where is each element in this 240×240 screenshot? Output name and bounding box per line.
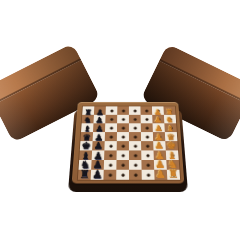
board-square[interactable] bbox=[104, 160, 117, 170]
board-square[interactable]: ♜ bbox=[167, 170, 180, 180]
peg-hole bbox=[133, 109, 136, 111]
chess-piece-N[interactable]: ♞ bbox=[166, 116, 174, 124]
board-square[interactable] bbox=[117, 150, 129, 160]
board-square[interactable] bbox=[129, 170, 142, 180]
peg-hole bbox=[121, 173, 124, 176]
peg-hole bbox=[134, 135, 137, 137]
peg-hole bbox=[121, 163, 124, 166]
board-square[interactable] bbox=[117, 115, 129, 124]
board-square[interactable] bbox=[141, 123, 153, 132]
board-square[interactable] bbox=[141, 150, 154, 160]
peg-hole bbox=[109, 154, 112, 157]
board-square[interactable]: ♟ bbox=[153, 123, 165, 132]
board-square[interactable] bbox=[104, 141, 116, 150]
board-square[interactable]: ♟ bbox=[93, 123, 105, 132]
chess-piece-P[interactable]: ♟ bbox=[154, 108, 162, 115]
peg-hole bbox=[122, 127, 125, 129]
peg-hole bbox=[110, 109, 113, 111]
peg-hole bbox=[109, 135, 112, 137]
board-square[interactable] bbox=[116, 170, 129, 180]
board-square[interactable] bbox=[141, 160, 154, 170]
board-square[interactable] bbox=[141, 132, 153, 141]
peg-hole bbox=[134, 145, 137, 148]
chess-piece-R[interactable]: ♜ bbox=[166, 108, 174, 115]
chess-board: ♜♟♟♜♞♟♟♞♝♟♟♝♛♟♟♛♚♟♟♚♝♟♟♝♞♟♟♞♜♟♟♜ bbox=[71, 102, 185, 192]
peg-hole bbox=[134, 173, 137, 176]
peg-hole bbox=[121, 145, 124, 148]
peg-hole bbox=[145, 127, 148, 129]
peg-hole bbox=[133, 127, 136, 129]
chess-piece-R[interactable]: ♜ bbox=[168, 170, 179, 181]
board-square[interactable] bbox=[129, 150, 141, 160]
board-frame: ♜♟♟♜♞♟♟♞♝♟♟♝♛♟♟♛♚♟♟♚♝♟♟♝♞♟♟♞♜♟♟♜ bbox=[72, 102, 185, 184]
board-square[interactable]: ♝ bbox=[81, 123, 93, 132]
board-square[interactable] bbox=[105, 132, 117, 141]
peg-hole bbox=[122, 118, 125, 120]
peg-hole bbox=[109, 163, 112, 166]
peg-hole bbox=[145, 118, 148, 120]
peg-hole bbox=[146, 145, 149, 148]
board-square[interactable]: ♝ bbox=[164, 123, 176, 132]
board-square[interactable] bbox=[105, 123, 117, 132]
peg-hole bbox=[134, 163, 137, 166]
board-square[interactable] bbox=[129, 132, 141, 141]
board-square[interactable] bbox=[129, 106, 141, 114]
board-square[interactable]: ♟ bbox=[94, 106, 106, 114]
peg-hole bbox=[121, 154, 124, 157]
chess-piece-r[interactable]: ♜ bbox=[79, 170, 90, 181]
board-square[interactable]: ♜ bbox=[78, 170, 91, 180]
board-square[interactable] bbox=[117, 141, 129, 150]
board-square[interactable]: ♟ bbox=[92, 141, 105, 150]
peg-hole bbox=[110, 127, 113, 129]
peg-hole bbox=[110, 118, 113, 120]
peg-hole bbox=[146, 154, 149, 157]
board-square[interactable] bbox=[117, 123, 129, 132]
board-square[interactable] bbox=[141, 141, 153, 150]
chess-piece-p[interactable]: ♟ bbox=[95, 116, 103, 124]
peg-hole bbox=[108, 173, 111, 176]
board-square[interactable] bbox=[103, 170, 116, 180]
board-square[interactable]: ♟ bbox=[91, 170, 104, 180]
board-square[interactable] bbox=[117, 132, 129, 141]
peg-hole bbox=[122, 135, 125, 137]
board-square[interactable]: ♜ bbox=[82, 106, 94, 114]
board-square[interactable]: ♚ bbox=[165, 141, 178, 150]
board-square[interactable]: ♟ bbox=[93, 115, 105, 124]
board-square[interactable] bbox=[105, 115, 117, 124]
board-square[interactable]: ♞ bbox=[164, 115, 176, 124]
peg-hole bbox=[147, 173, 150, 176]
board-square[interactable]: ♜ bbox=[163, 106, 175, 114]
board-square[interactable] bbox=[104, 150, 117, 160]
board-square[interactable]: ♟ bbox=[153, 141, 166, 150]
board-square[interactable]: ♟ bbox=[152, 106, 164, 114]
board-square[interactable] bbox=[106, 106, 118, 114]
peg-hole bbox=[134, 154, 137, 157]
board-square[interactable] bbox=[141, 115, 153, 124]
board-grid: ♜♟♟♜♞♟♟♞♝♟♟♝♛♟♟♛♚♟♟♚♝♟♟♝♞♟♟♞♜♟♟♜ bbox=[77, 106, 181, 181]
board-square[interactable] bbox=[129, 141, 141, 150]
peg-hole bbox=[122, 109, 125, 111]
chess-piece-r[interactable]: ♜ bbox=[84, 108, 92, 115]
chess-piece-p[interactable]: ♟ bbox=[96, 108, 104, 115]
board-square[interactable] bbox=[129, 123, 141, 132]
board-square[interactable]: ♚ bbox=[80, 141, 93, 150]
board-square[interactable] bbox=[140, 106, 152, 114]
chess-piece-p[interactable]: ♟ bbox=[92, 170, 103, 181]
peg-hole bbox=[133, 118, 136, 120]
board-square[interactable]: ♟ bbox=[152, 115, 164, 124]
board-square[interactable]: ♟ bbox=[154, 170, 167, 180]
chess-piece-P[interactable]: ♟ bbox=[155, 170, 166, 181]
photo-background: ♜♟♟♜♞♟♟♞♝♟♟♝♛♟♟♛♚♟♟♚♝♟♟♝♞♟♟♞♜♟♟♜ bbox=[0, 0, 240, 240]
board-square[interactable] bbox=[117, 106, 129, 114]
peg-hole bbox=[109, 145, 112, 148]
peg-hole bbox=[146, 163, 149, 166]
chess-piece-P[interactable]: ♟ bbox=[154, 116, 162, 124]
board-square[interactable]: ♞ bbox=[82, 115, 94, 124]
board-square[interactable] bbox=[116, 160, 129, 170]
board-square[interactable] bbox=[129, 115, 141, 124]
chess-piece-n[interactable]: ♞ bbox=[83, 116, 91, 124]
board-square[interactable] bbox=[129, 160, 142, 170]
peg-hole bbox=[145, 109, 148, 111]
board-square[interactable] bbox=[142, 170, 155, 180]
peg-hole bbox=[146, 135, 149, 137]
